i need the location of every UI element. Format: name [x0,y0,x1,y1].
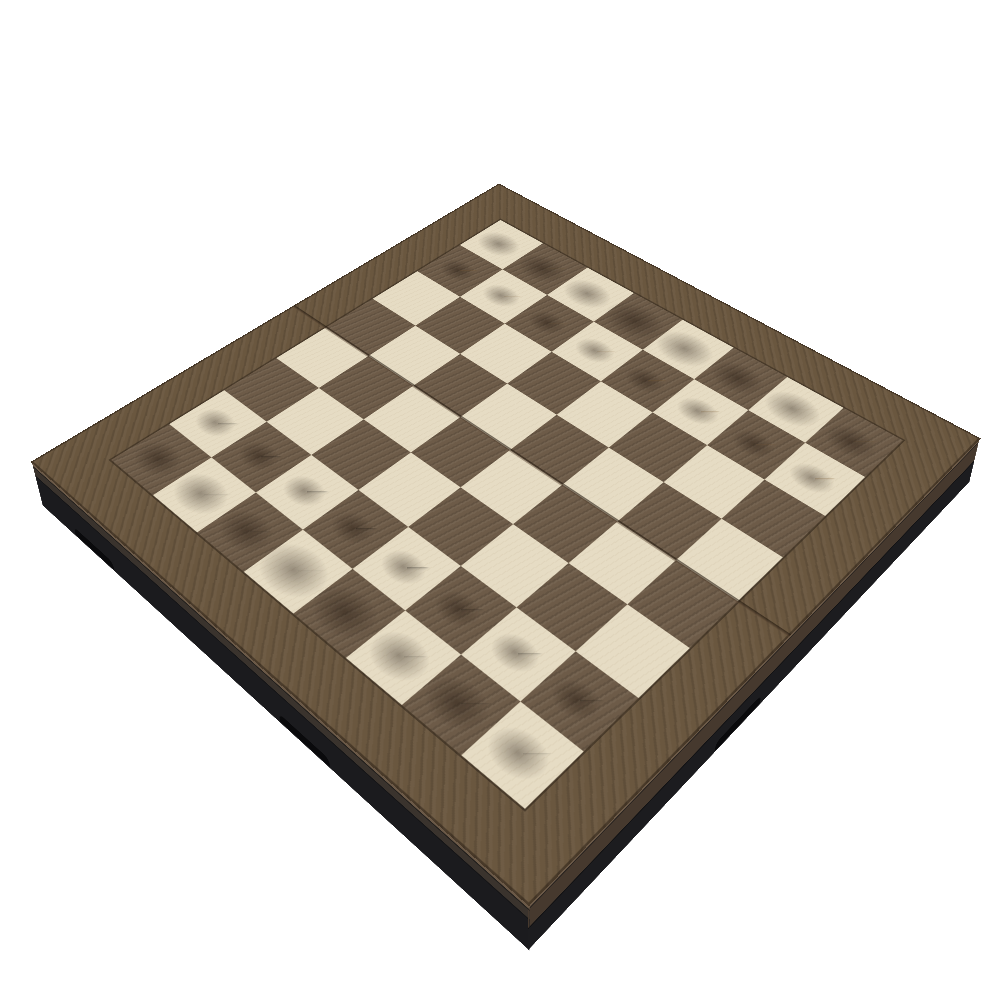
white-pawn-glyph: ♟ [523,272,575,330]
chess-board: ♜♞♝♚♛♝♞♜♟♟♟♟♟♟♟♟♟♟♟♟♟♟♟♟♜♞♝♚♛♝♞♜ [31,184,981,907]
white-pawn-glyph: ♟ [435,222,484,277]
board-surface: ♜♞♝♚♛♝♞♜♟♟♟♟♟♟♟♟♟♟♟♟♟♟♟♟♜♞♝♚♛♝♞♜ [31,184,981,907]
white-pawn-glyph: ♟ [571,299,624,358]
white-pawn-glyph: ♟ [786,421,845,486]
black-rook-glyph: ♜ [480,671,564,765]
white-pawn-glyph: ♟ [478,246,528,302]
product-photo-scene: ♜♞♝♚♛♝♞♜♟♟♟♟♟♟♟♟♟♟♟♟♟♟♟♟♜♞♝♚♛♝♞♜ [0,0,1000,1000]
white-pawn-glyph: ♟ [673,357,729,419]
white-pawn-glyph: ♟ [620,327,674,388]
pieces-layer: ♜♞♝♚♛♝♞♜♟♟♟♟♟♟♟♟♟♟♟♟♟♟♟♟♜♞♝♚♛♝♞♜ [31,184,981,907]
white-pawn-glyph: ♟ [728,388,785,452]
